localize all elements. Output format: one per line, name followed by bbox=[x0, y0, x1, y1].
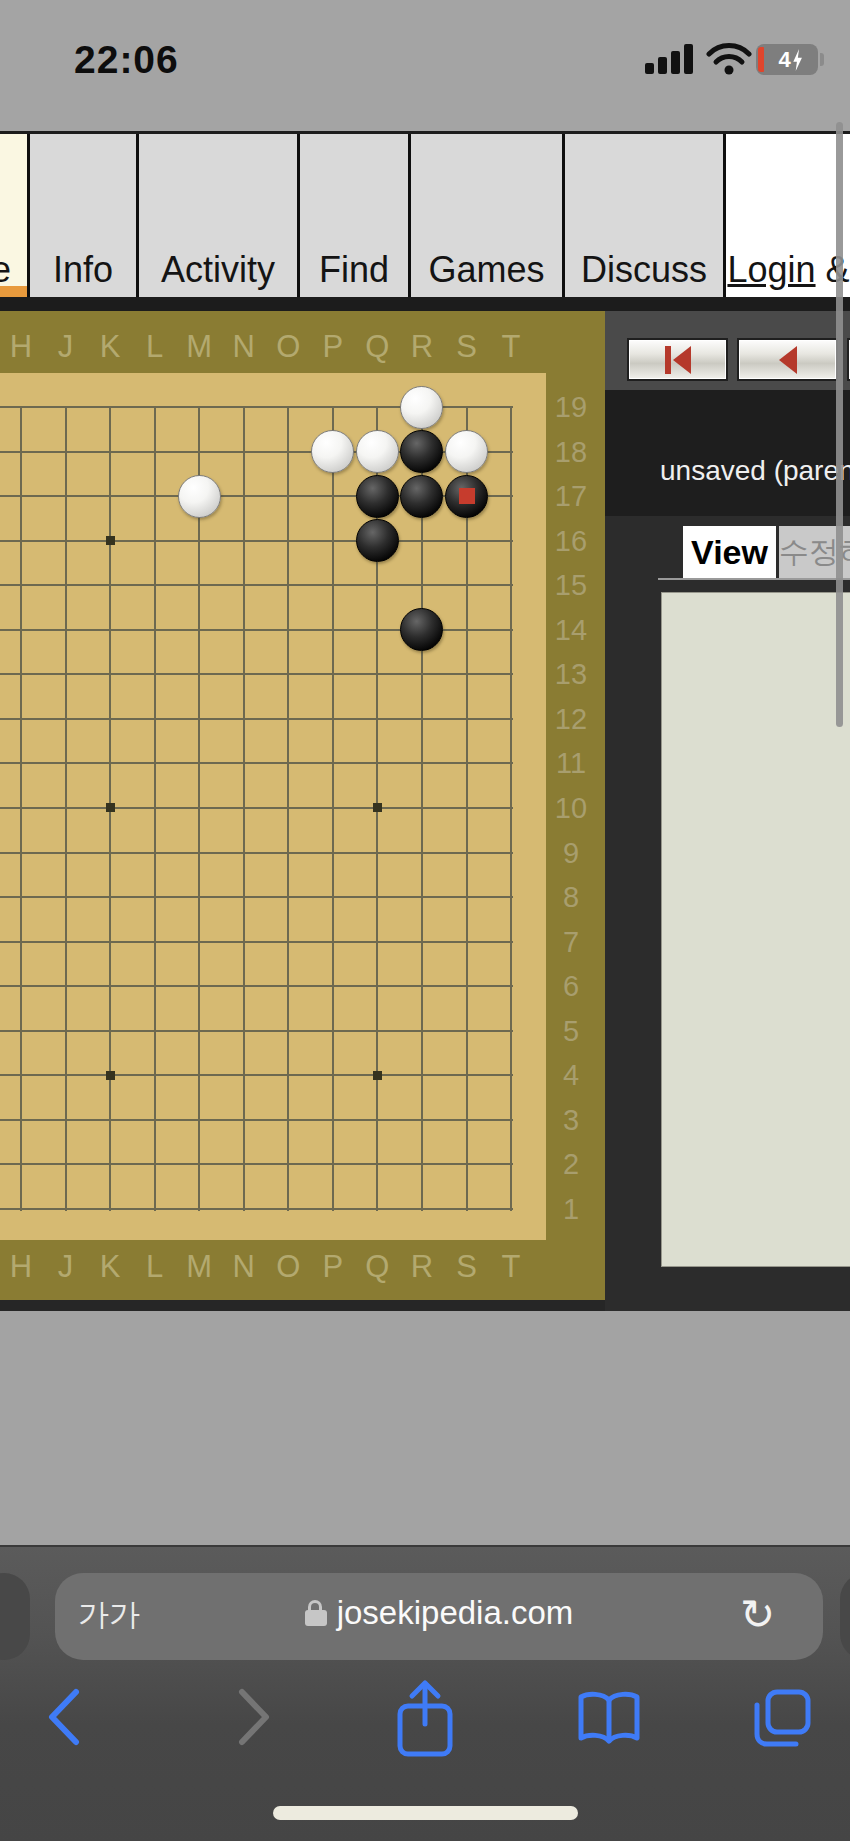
coord-label-top-S: S bbox=[456, 329, 477, 365]
nav-bottom-divider bbox=[0, 297, 850, 311]
coord-label-bottom-H: H bbox=[10, 1249, 32, 1285]
coord-label-top-O: O bbox=[276, 329, 300, 365]
coord-label-bottom-O: O bbox=[276, 1249, 300, 1285]
grid-line-row-6 bbox=[0, 985, 513, 987]
grid-line-row-10 bbox=[0, 807, 513, 809]
nav-tab-label: e bbox=[0, 249, 11, 291]
coord-label-row-2: 2 bbox=[563, 1148, 579, 1181]
bookmarks-button[interactable] bbox=[576, 1690, 642, 1752]
black-stone-Q16[interactable] bbox=[356, 519, 399, 562]
grid-line-row-16 bbox=[0, 540, 513, 542]
white-stone-M17[interactable] bbox=[178, 475, 221, 518]
white-stone-Q18[interactable] bbox=[356, 430, 399, 473]
coord-label-bottom-K: K bbox=[100, 1249, 121, 1285]
coord-label-row-18: 18 bbox=[555, 435, 587, 468]
back-arrow-icon bbox=[779, 346, 797, 374]
coord-label-top-R: R bbox=[411, 329, 433, 365]
tabs-button[interactable] bbox=[752, 1688, 814, 1752]
grid-line-row-2 bbox=[0, 1163, 513, 1165]
step-back-button[interactable] bbox=[737, 338, 838, 381]
home-indicator[interactable] bbox=[273, 1806, 578, 1820]
nav-tab-label: Info bbox=[53, 249, 113, 291]
nav-tab-label: Find bbox=[319, 249, 389, 291]
grid-line-row-5 bbox=[0, 1030, 513, 1032]
grid-line-row-8 bbox=[0, 896, 513, 898]
coord-label-row-8: 8 bbox=[563, 881, 579, 914]
coord-label-row-19: 19 bbox=[555, 391, 587, 424]
coord-label-top-Q: Q bbox=[365, 329, 389, 365]
black-stone-R17[interactable] bbox=[400, 475, 443, 518]
nav-tab-label: Discuss bbox=[581, 249, 707, 291]
grid-line-col-O bbox=[287, 406, 289, 1211]
coord-label-top-J: J bbox=[58, 329, 74, 365]
star-point-Q10 bbox=[373, 803, 382, 812]
coord-label-row-17: 17 bbox=[555, 480, 587, 513]
grid-line-col-H bbox=[20, 406, 22, 1211]
grid-line-row-12 bbox=[0, 718, 513, 720]
nav-tab-info[interactable]: Info bbox=[27, 134, 136, 297]
white-stone-R19[interactable] bbox=[400, 386, 443, 429]
grid-line-col-L bbox=[154, 406, 156, 1211]
nav-tab-label: Activity bbox=[161, 249, 275, 291]
coord-label-row-9: 9 bbox=[563, 836, 579, 869]
black-stone-Q17[interactable] bbox=[356, 475, 399, 518]
grid-line-row-1 bbox=[0, 1208, 513, 1210]
grid-line-row-9 bbox=[0, 852, 513, 854]
grid-line-col-T bbox=[510, 406, 512, 1211]
coord-label-row-7: 7 bbox=[563, 925, 579, 958]
coord-label-bottom-R: R bbox=[411, 1249, 433, 1285]
battery-icon: 4 bbox=[756, 44, 818, 75]
rewind-to-start-button[interactable] bbox=[627, 338, 728, 381]
save-status-text: unsaved (parent bbox=[660, 455, 850, 487]
coord-label-row-14: 14 bbox=[555, 613, 587, 646]
previous-tab-edge[interactable] bbox=[0, 1573, 30, 1660]
coord-label-bottom-T: T bbox=[502, 1249, 521, 1285]
nav-tab-find[interactable]: Find bbox=[297, 134, 408, 297]
coord-label-top-L: L bbox=[146, 329, 163, 365]
battery-level-bar bbox=[758, 47, 764, 72]
status-bar: 22:06 4 bbox=[0, 0, 850, 134]
coord-label-row-12: 12 bbox=[555, 702, 587, 735]
last-move-marker bbox=[459, 488, 475, 504]
star-point-K16 bbox=[106, 536, 115, 545]
coord-label-top-K: K bbox=[100, 329, 121, 365]
coord-label-bottom-N: N bbox=[233, 1249, 255, 1285]
grid-line-row-4 bbox=[0, 1074, 513, 1076]
grid-line-row-11 bbox=[0, 762, 513, 764]
coord-label-row-3: 3 bbox=[563, 1103, 579, 1136]
coord-label-row-6: 6 bbox=[563, 970, 579, 1003]
coord-label-bottom-Q: Q bbox=[365, 1249, 389, 1285]
lock-icon bbox=[305, 1600, 327, 1626]
white-stone-S18[interactable] bbox=[445, 430, 488, 473]
nav-tab-label: Games bbox=[428, 249, 544, 291]
grid-line-row-15 bbox=[0, 584, 513, 586]
rewind-arrow-icon bbox=[673, 346, 691, 374]
vertical-scroll-indicator[interactable] bbox=[836, 122, 843, 727]
coord-label-bottom-M: M bbox=[186, 1249, 212, 1285]
clock-time: 22:06 bbox=[74, 38, 179, 82]
wifi-icon bbox=[706, 42, 752, 80]
grid-line-col-M bbox=[198, 406, 200, 1211]
star-point-K4 bbox=[106, 1071, 115, 1080]
coord-label-bottom-S: S bbox=[456, 1249, 477, 1285]
rewind-bar-icon bbox=[665, 346, 671, 374]
grid-line-col-N bbox=[243, 406, 245, 1211]
coord-label-top-H: H bbox=[10, 329, 32, 365]
coord-label-bottom-J: J bbox=[58, 1249, 74, 1285]
nav-tab-login[interactable]: Login & bbox=[723, 134, 850, 297]
grid-line-col-S bbox=[466, 406, 468, 1211]
coord-label-row-11: 11 bbox=[556, 747, 586, 780]
forward-button[interactable] bbox=[228, 1688, 278, 1750]
coord-label-row-13: 13 bbox=[555, 658, 587, 691]
charging-bolt-icon bbox=[792, 49, 804, 71]
tab-underline bbox=[658, 578, 850, 580]
share-button[interactable] bbox=[392, 1678, 458, 1764]
coord-label-row-15: 15 bbox=[555, 569, 587, 602]
reload-button[interactable]: ↻ bbox=[740, 1590, 775, 1639]
cellular-signal-icon bbox=[645, 44, 697, 74]
status-band bbox=[605, 390, 850, 516]
coord-label-top-T: T bbox=[502, 329, 521, 365]
grid-line-row-3 bbox=[0, 1119, 513, 1121]
battery-percent: 4 bbox=[778, 47, 790, 73]
star-point-Q4 bbox=[373, 1071, 382, 1080]
coord-label-row-4: 4 bbox=[563, 1059, 579, 1092]
grid-line-col-P bbox=[332, 406, 334, 1211]
coord-label-bottom-P: P bbox=[323, 1249, 344, 1285]
grid-line-row-7 bbox=[0, 941, 513, 943]
coord-label-row-10: 10 bbox=[555, 791, 587, 824]
grid-line-col-J bbox=[65, 406, 67, 1211]
coord-label-bottom-L: L bbox=[146, 1249, 163, 1285]
grid-line-col-R bbox=[421, 406, 423, 1211]
coord-label-row-16: 16 bbox=[555, 524, 587, 557]
nav-tab-e[interactable]: e bbox=[0, 134, 27, 297]
login-link[interactable]: Login bbox=[727, 249, 815, 291]
battery-nub bbox=[820, 53, 824, 66]
site-nav-tab-bar: eInfoActivityFindGamesDiscussLogin & bbox=[0, 134, 850, 297]
page-bottom-gray-area bbox=[0, 1311, 850, 1545]
nav-tab-activity[interactable]: Activity bbox=[136, 134, 297, 297]
black-stone-S17[interactable] bbox=[445, 475, 488, 518]
coord-label-row-1: 1 bbox=[563, 1192, 579, 1225]
coord-label-top-P: P bbox=[323, 329, 344, 365]
extra-link-partial[interactable]: & bbox=[816, 249, 850, 291]
back-button[interactable] bbox=[40, 1688, 90, 1750]
go-board[interactable]: HHJJKKLLMMNNOOPPQQRRSSTT1918171615141312… bbox=[0, 311, 605, 1300]
coord-label-top-N: N bbox=[233, 329, 255, 365]
star-point-K10 bbox=[106, 803, 115, 812]
grid-line-row-13 bbox=[0, 673, 513, 675]
nav-tab-discuss[interactable]: Discuss bbox=[562, 134, 723, 297]
tab-view[interactable]: View bbox=[683, 526, 776, 578]
view-content-panel bbox=[661, 592, 850, 1267]
coord-label-top-M: M bbox=[186, 329, 212, 365]
coord-label-row-5: 5 bbox=[563, 1014, 579, 1047]
url-display[interactable]: josekipedia.com bbox=[55, 1594, 823, 1632]
active-tab-indicator bbox=[0, 286, 27, 297]
nav-tab-games[interactable]: Games bbox=[408, 134, 562, 297]
url-text: josekipedia.com bbox=[337, 1594, 574, 1632]
